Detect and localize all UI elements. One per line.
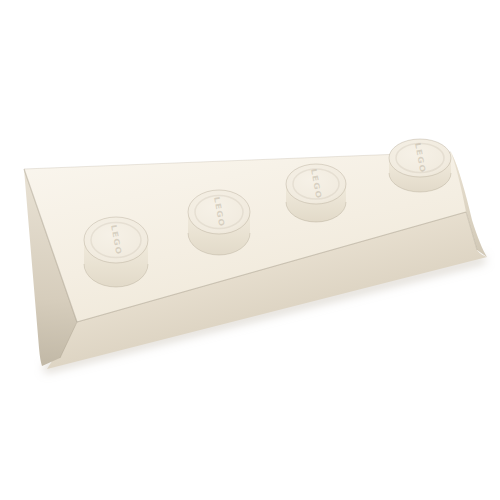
stud-2: LEGO (188, 190, 250, 255)
product-photo: LEGO LEGO LEGO (0, 0, 500, 500)
stud-1: LEGO (84, 217, 148, 287)
stud-4: LEGO (389, 139, 451, 192)
brick: LEGO LEGO LEGO (24, 139, 487, 369)
stud-3: LEGO (286, 164, 346, 222)
lego-wedge-plate-photo: LEGO LEGO LEGO (0, 0, 500, 500)
